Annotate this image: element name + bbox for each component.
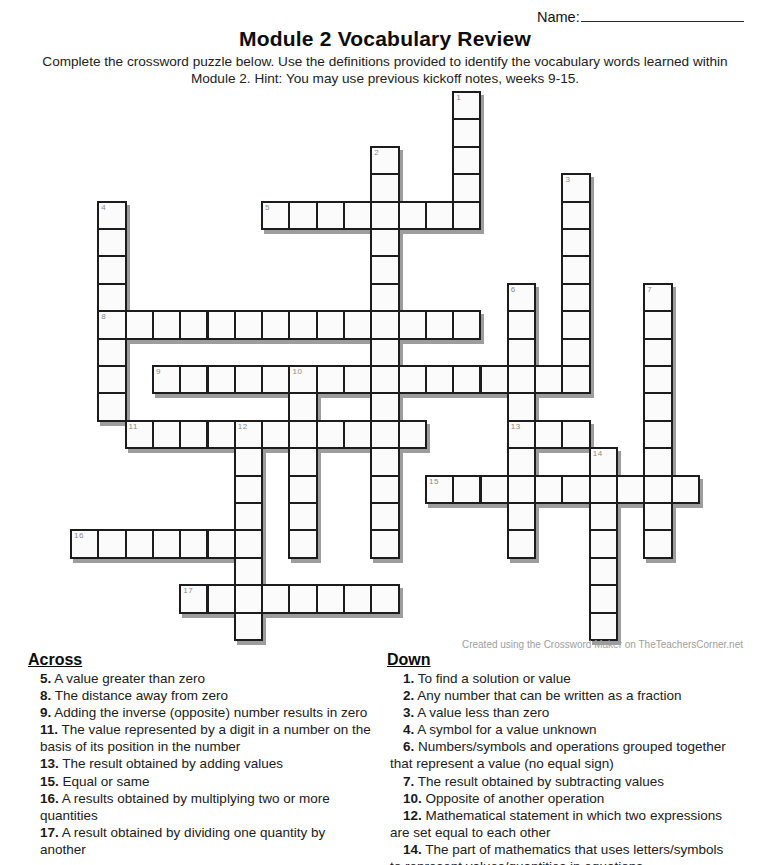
grid-cell-r4c7[interactable]: 5 (261, 201, 290, 230)
grid-cell-r16c2[interactable] (125, 529, 154, 558)
grid-cell-r10c13[interactable] (425, 365, 454, 394)
clue-number: 16. (40, 791, 59, 806)
grid-cell-r10c16[interactable] (507, 365, 536, 394)
grid-cell-r13c19[interactable]: 14 (589, 447, 618, 476)
grid-cell-r5c11[interactable] (370, 228, 399, 257)
cell-number-9: 9 (156, 367, 161, 376)
grid-cell-r12c10[interactable] (343, 420, 372, 449)
clue-number: 9. (40, 705, 51, 720)
clue-number: 14. (403, 842, 422, 857)
across-clues-section: Across 5. A value greater than zero8. Th… (28, 651, 373, 858)
clue-down-3: 3. A value less than zero (387, 704, 737, 721)
grid-cell-r14c18[interactable] (561, 475, 590, 504)
clue-number: 7. (403, 774, 414, 789)
grid-cell-r14c21[interactable] (643, 475, 672, 504)
grid-cell-r11c16[interactable] (507, 392, 536, 421)
grid-cell-r7c16[interactable]: 6 (507, 283, 536, 312)
grid-cell-r14c16[interactable] (507, 475, 536, 504)
grid-cell-r14c6[interactable] (234, 475, 263, 504)
cell-number-5: 5 (265, 203, 270, 212)
clue-number: 13. (40, 756, 59, 771)
grid-cell-r12c17[interactable] (534, 420, 563, 449)
grid-cell-r16c1[interactable] (97, 529, 126, 558)
grid-cell-r17c19[interactable] (589, 557, 618, 586)
grid-cell-r3c18[interactable]: 3 (561, 173, 590, 202)
clue-number: 10. (403, 791, 422, 806)
grid-cell-r8c9[interactable] (316, 310, 345, 339)
clue-number: 1. (403, 671, 414, 686)
grid-cell-r9c18[interactable] (561, 338, 590, 367)
grid-cell-r4c12[interactable] (398, 201, 427, 230)
grid-cell-r18c8[interactable] (288, 584, 317, 613)
clue-across-11: 11. The value represented by a digit in … (28, 721, 373, 755)
cell-number-16: 16 (74, 531, 84, 540)
cell-number-4: 4 (101, 203, 106, 212)
grid-cell-r5c18[interactable] (561, 228, 590, 257)
clue-across-15: 15. Equal or same (28, 773, 373, 790)
across-clue-list: 5. A value greater than zero8. The dista… (28, 670, 373, 858)
grid-cell-r12c2[interactable]: 11 (125, 420, 154, 449)
grid-cell-r16c6[interactable] (234, 529, 263, 558)
grid-cell-r8c7[interactable] (261, 310, 290, 339)
grid-cell-r10c17[interactable] (534, 365, 563, 394)
clue-number: 11. (40, 722, 58, 737)
grid-cell-r8c3[interactable] (152, 310, 181, 339)
grid-cell-r10c11[interactable] (370, 365, 399, 394)
clue-number: 8. (40, 688, 51, 703)
cell-number-14: 14 (593, 449, 603, 458)
grid-cell-r14c15[interactable] (480, 475, 509, 504)
grid-cell-r8c12[interactable] (398, 310, 427, 339)
grid-cell-r10c7[interactable] (261, 365, 290, 394)
grid-cell-r10c1[interactable] (97, 365, 126, 394)
grid-cell-r15c16[interactable] (507, 502, 536, 531)
grid-cell-r10c8[interactable]: 10 (288, 365, 317, 394)
clue-number: 2. (403, 688, 414, 703)
grid-cell-r12c8[interactable] (288, 420, 317, 449)
grid-cell-r10c15[interactable] (480, 365, 509, 394)
grid-cell-r8c2[interactable] (125, 310, 154, 339)
grid-cell-r18c5[interactable] (207, 584, 236, 613)
clue-down-14: 14. The part of mathematics that uses le… (387, 841, 737, 865)
clue-across-8: 8. The distance away from zero (28, 687, 373, 704)
grid-cell-r9c16[interactable] (507, 338, 536, 367)
grid-cell-r18c7[interactable] (261, 584, 290, 613)
grid-cell-r15c8[interactable] (288, 502, 317, 531)
down-clue-list: 1. To find a solution or value2. Any num… (387, 670, 737, 865)
grid-cell-r13c11[interactable] (370, 447, 399, 476)
grid-cell-r19c6[interactable] (234, 612, 263, 641)
down-heading: Down (387, 651, 737, 669)
grid-cell-r11c11[interactable] (370, 392, 399, 421)
cell-number-2: 2 (374, 148, 379, 157)
cell-number-12: 12 (238, 422, 248, 431)
grid-cell-r14c19[interactable] (589, 475, 618, 504)
grid-cell-r10c10[interactable] (343, 365, 372, 394)
grid-cell-r13c8[interactable] (288, 447, 317, 476)
grid-cell-r4c9[interactable] (316, 201, 345, 230)
grid-cell-r8c8[interactable] (288, 310, 317, 339)
grid-cell-r8c11[interactable] (370, 310, 399, 339)
cell-number-10: 10 (292, 367, 302, 376)
cell-number-15: 15 (429, 477, 439, 486)
grid-cell-r15c11[interactable] (370, 502, 399, 531)
cell-number-3: 3 (565, 175, 570, 184)
grid-cell-r12c7[interactable] (261, 420, 290, 449)
grid-cell-r1c14[interactable] (452, 118, 481, 147)
grid-cell-r11c1[interactable] (97, 392, 126, 421)
grid-cell-r8c6[interactable] (234, 310, 263, 339)
grid-cell-r16c11[interactable] (370, 529, 399, 558)
cell-number-17: 17 (183, 586, 193, 595)
clue-down-4: 4. A symbol for a value unknown (387, 721, 737, 738)
grid-cell-r14c20[interactable] (616, 475, 645, 504)
grid-cell-r14c14[interactable] (452, 475, 481, 504)
clue-across-17: 17. A result obtained by dividing one qu… (28, 824, 373, 858)
grid-cell-r15c19[interactable] (589, 502, 618, 531)
cell-number-6: 6 (511, 285, 516, 294)
grid-cell-r6c11[interactable] (370, 255, 399, 284)
grid-cell-r9c11[interactable] (370, 338, 399, 367)
grid-cell-r18c9[interactable] (316, 584, 345, 613)
grid-cell-r10c21[interactable] (643, 365, 672, 394)
clue-across-13: 13. The result obtained by adding values (28, 755, 373, 772)
clue-across-9: 9. Adding the inverse (opposite) number … (28, 704, 373, 721)
clue-number: 6. (403, 739, 414, 754)
clue-number: 15. (40, 774, 59, 789)
clue-down-10: 10. Opposite of another operation (387, 790, 737, 807)
grid-cell-r12c3[interactable] (152, 420, 181, 449)
grid-cell-r8c10[interactable] (343, 310, 372, 339)
clue-down-12: 12. Mathematical statement in which two … (387, 807, 737, 841)
grid-cell-r17c6[interactable] (234, 557, 263, 586)
cell-number-11: 11 (129, 422, 139, 431)
attribution-text: Created using the Crossword Maker on The… (0, 639, 743, 650)
grid-cell-r12c18[interactable] (561, 420, 590, 449)
grid-cell-r18c10[interactable] (343, 584, 372, 613)
grid-cell-r12c11[interactable] (370, 420, 399, 449)
grid-cell-r18c19[interactable] (589, 584, 618, 613)
cell-number-1: 1 (456, 93, 461, 102)
grid-cell-r18c11[interactable] (370, 584, 399, 613)
grid-cell-r4c13[interactable] (425, 201, 454, 230)
grid-cell-r6c1[interactable] (97, 255, 126, 284)
grid-cell-r15c21[interactable] (643, 502, 672, 531)
grid-cell-r9c1[interactable] (97, 338, 126, 367)
grid-cell-r14c13[interactable]: 15 (425, 475, 454, 504)
cell-number-8: 8 (101, 312, 106, 321)
grid-cell-r6c18[interactable] (561, 255, 590, 284)
grid-cell-r4c14[interactable] (452, 201, 481, 230)
grid-cell-r10c9[interactable] (316, 365, 345, 394)
grid-cell-r3c14[interactable] (452, 173, 481, 202)
grid-cell-r5c1[interactable] (97, 228, 126, 257)
grid-cell-r16c0[interactable]: 16 (70, 529, 99, 558)
grid-cell-r16c16[interactable] (507, 529, 536, 558)
grid-cell-r2c14[interactable] (452, 146, 481, 175)
clue-across-16: 16. A results obtained by multiplying tw… (28, 790, 373, 824)
grid-cell-r13c6[interactable] (234, 447, 263, 476)
grid-cell-r12c9[interactable] (316, 420, 345, 449)
grid-cell-r10c12[interactable] (398, 365, 427, 394)
grid-cell-r16c21[interactable] (643, 529, 672, 558)
grid-cell-r16c19[interactable] (589, 529, 618, 558)
clue-down-1: 1. To find a solution or value (387, 670, 737, 687)
grid-cell-r10c5[interactable] (207, 365, 236, 394)
grid-cell-r14c17[interactable] (534, 475, 563, 504)
grid-cell-r10c14[interactable] (452, 365, 481, 394)
grid-cell-r13c16[interactable] (507, 447, 536, 476)
grid-cell-r8c1[interactable]: 8 (97, 310, 126, 339)
grid-cell-r12c6[interactable]: 12 (234, 420, 263, 449)
clue-number: 4. (403, 722, 414, 737)
grid-cell-r15c6[interactable] (234, 502, 263, 531)
grid-cell-r12c16[interactable]: 13 (507, 420, 536, 449)
across-heading: Across (28, 651, 373, 669)
grid-cell-r8c16[interactable] (507, 310, 536, 339)
grid-cell-r14c11[interactable] (370, 475, 399, 504)
grid-cell-r2c11[interactable]: 2 (370, 146, 399, 175)
grid-cell-r14c22[interactable] (671, 475, 700, 504)
grid-cell-r16c4[interactable] (179, 529, 208, 558)
grid-cell-r7c1[interactable] (97, 283, 126, 312)
grid-cell-r16c3[interactable] (152, 529, 181, 558)
grid-cell-r12c12[interactable] (398, 420, 427, 449)
grid-cell-r12c4[interactable] (179, 420, 208, 449)
grid-cell-r8c21[interactable] (643, 310, 672, 339)
grid-cell-r8c4[interactable] (179, 310, 208, 339)
grid-cell-r18c4[interactable]: 17 (179, 584, 208, 613)
grid-cell-r4c11[interactable] (370, 201, 399, 230)
grid-cell-r4c10[interactable] (343, 201, 372, 230)
grid-cell-r13c21[interactable] (643, 447, 672, 476)
grid-cell-r16c8[interactable] (288, 529, 317, 558)
grid-cell-r7c11[interactable] (370, 283, 399, 312)
grid-cell-r11c8[interactable] (288, 392, 317, 421)
grid-cell-r12c5[interactable] (207, 420, 236, 449)
grid-cell-r8c5[interactable] (207, 310, 236, 339)
clue-across-5: 5. A value greater than zero (28, 670, 373, 687)
grid-cell-r8c18[interactable] (561, 310, 590, 339)
grid-cell-r19c19[interactable] (589, 612, 618, 641)
cell-number-13: 13 (511, 422, 521, 431)
down-clues-section: Down 1. To find a solution or value2. An… (387, 651, 737, 865)
grid-cell-r7c18[interactable] (561, 283, 590, 312)
grid-cell-r8c14[interactable] (452, 310, 481, 339)
cell-number-7: 7 (647, 285, 652, 294)
clue-down-7: 7. The result obtained by subtracting va… (387, 773, 737, 790)
grid-cell-r10c18[interactable] (561, 365, 590, 394)
grid-cell-r10c4[interactable] (179, 365, 208, 394)
grid-cell-r4c8[interactable] (288, 201, 317, 230)
grid-cell-r4c1[interactable]: 4 (97, 201, 126, 230)
grid-cell-r18c6[interactable] (234, 584, 263, 613)
grid-cell-r0c14[interactable]: 1 (452, 91, 481, 120)
clue-down-6: 6. Numbers/symbols and operations groupe… (387, 738, 737, 772)
grid-cell-r10c3[interactable]: 9 (152, 365, 181, 394)
grid-cell-r10c6[interactable] (234, 365, 263, 394)
clue-number: 3. (403, 705, 414, 720)
grid-cell-r7c21[interactable]: 7 (643, 283, 672, 312)
grid-cell-r4c18[interactable] (561, 201, 590, 230)
grid-cell-r14c8[interactable] (288, 475, 317, 504)
clue-number: 12. (403, 808, 422, 823)
grid-cell-r11c21[interactable] (643, 392, 672, 421)
grid-cell-r3c11[interactable] (370, 173, 399, 202)
clue-number: 17. (40, 825, 59, 840)
grid-cell-r9c21[interactable] (643, 338, 672, 367)
grid-cell-r8c13[interactable] (425, 310, 454, 339)
grid-cell-r16c5[interactable] (207, 529, 236, 558)
clue-down-2: 2. Any number that can be written as a f… (387, 687, 737, 704)
clue-number: 5. (40, 671, 51, 686)
grid-cell-r12c21[interactable] (643, 420, 672, 449)
